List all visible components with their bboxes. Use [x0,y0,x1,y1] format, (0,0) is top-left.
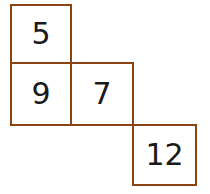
puzzle-board: 5 9 7 12 [10,4,197,186]
puzzle-canvas: 5 9 7 12 [0,0,210,194]
cell-r1c1: 5 [10,4,72,64]
cell-r3c3: 12 [132,124,197,186]
cell-r2c1: 9 [10,62,72,126]
cell-r2c2: 7 [70,62,134,126]
